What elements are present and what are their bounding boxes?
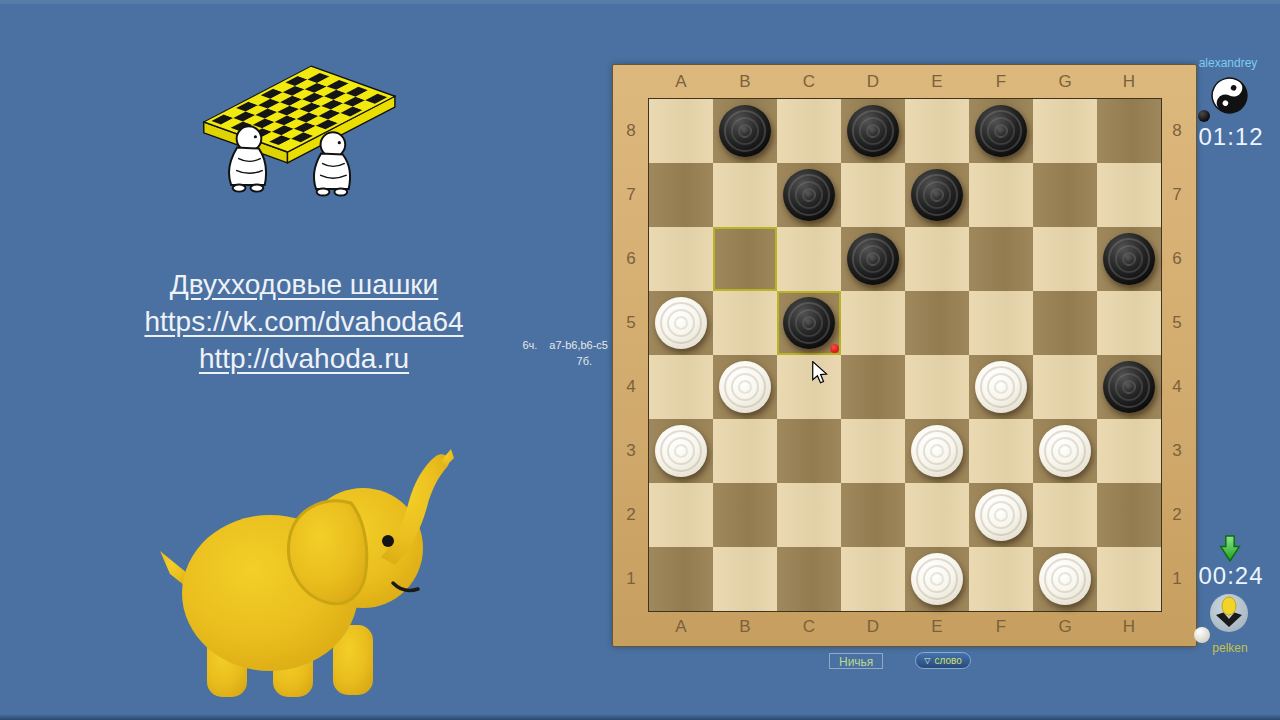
square-g4[interactable] bbox=[1033, 355, 1097, 419]
square-e2[interactable] bbox=[905, 483, 969, 547]
square-e5[interactable] bbox=[905, 291, 969, 355]
move-number-black: 6ч. bbox=[522, 337, 537, 353]
square-h2[interactable] bbox=[1097, 483, 1161, 547]
square-c1[interactable] bbox=[777, 547, 841, 611]
rank-label-2: 2 bbox=[1164, 483, 1190, 547]
turn-indicator-arrow-icon bbox=[1219, 535, 1241, 562]
window-bottom-edge bbox=[0, 714, 1280, 720]
file-label-e: E bbox=[905, 616, 969, 638]
checker-black-b8[interactable] bbox=[719, 105, 771, 157]
rank-labels-left: 87654321 bbox=[618, 99, 644, 611]
square-f8[interactable] bbox=[969, 99, 1033, 163]
file-labels-top: ABCDEFGH bbox=[649, 71, 1161, 93]
checker-white-f2[interactable] bbox=[975, 489, 1027, 541]
square-g8[interactable] bbox=[1033, 99, 1097, 163]
file-label-e: E bbox=[905, 71, 969, 93]
square-h5[interactable] bbox=[1097, 291, 1161, 355]
square-d2[interactable] bbox=[841, 483, 905, 547]
square-g2[interactable] bbox=[1033, 483, 1097, 547]
checker-white-e3[interactable] bbox=[911, 425, 963, 477]
chevron-down-icon: ▽ bbox=[924, 657, 930, 665]
black-color-indicator bbox=[1198, 110, 1210, 122]
file-label-a: A bbox=[649, 616, 713, 638]
square-a4[interactable] bbox=[649, 355, 713, 419]
file-label-c: C bbox=[777, 616, 841, 638]
word-button-label: слово bbox=[934, 655, 961, 666]
file-label-f: F bbox=[969, 616, 1033, 638]
file-label-d: D bbox=[841, 616, 905, 638]
move-number-white: 7б. bbox=[470, 353, 608, 369]
rank-label-7: 7 bbox=[1164, 163, 1190, 227]
checker-white-a5[interactable] bbox=[655, 297, 707, 349]
square-a7[interactable] bbox=[649, 163, 713, 227]
square-f7[interactable] bbox=[969, 163, 1033, 227]
rank-label-6: 6 bbox=[618, 227, 644, 291]
rank-label-7: 7 bbox=[618, 163, 644, 227]
player-bottom-name[interactable]: pelken bbox=[1192, 641, 1268, 655]
square-c8[interactable] bbox=[777, 99, 841, 163]
rank-label-5: 5 bbox=[1164, 291, 1190, 355]
square-e1[interactable] bbox=[905, 547, 969, 611]
rank-label-8: 8 bbox=[1164, 99, 1190, 163]
square-c2[interactable] bbox=[777, 483, 841, 547]
file-label-b: B bbox=[713, 616, 777, 638]
mouse-cursor bbox=[812, 361, 828, 384]
square-h6[interactable] bbox=[1097, 227, 1161, 291]
checker-white-b4[interactable] bbox=[719, 361, 771, 413]
checker-black-c7[interactable] bbox=[783, 169, 835, 221]
square-h1[interactable] bbox=[1097, 547, 1161, 611]
square-e3[interactable] bbox=[905, 419, 969, 483]
square-a6[interactable] bbox=[649, 227, 713, 291]
file-label-f: F bbox=[969, 71, 1033, 93]
vk-link[interactable]: https://vk.com/dvahoda64 bbox=[118, 303, 490, 340]
last-move-marker bbox=[830, 344, 839, 353]
square-a3[interactable] bbox=[649, 419, 713, 483]
yin-yang-avatar-icon[interactable] bbox=[1211, 77, 1248, 114]
checker-white-g3[interactable] bbox=[1039, 425, 1091, 477]
file-label-a: A bbox=[649, 71, 713, 93]
square-c7[interactable] bbox=[777, 163, 841, 227]
square-c3[interactable] bbox=[777, 419, 841, 483]
file-label-h: H bbox=[1097, 616, 1161, 638]
elephant-eye bbox=[382, 535, 394, 547]
page-title: Двухходовые шашки bbox=[118, 266, 490, 303]
square-d1[interactable] bbox=[841, 547, 905, 611]
square-a2[interactable] bbox=[649, 483, 713, 547]
file-label-g: G bbox=[1033, 71, 1097, 93]
square-b2[interactable] bbox=[713, 483, 777, 547]
square-f6[interactable] bbox=[969, 227, 1033, 291]
file-label-h: H bbox=[1097, 71, 1161, 93]
checker-black-h4[interactable] bbox=[1103, 361, 1155, 413]
square-f5[interactable] bbox=[969, 291, 1033, 355]
square-c4[interactable] bbox=[777, 355, 841, 419]
square-g7[interactable] bbox=[1033, 163, 1097, 227]
rank-label-2: 2 bbox=[618, 483, 644, 547]
checker-black-e7[interactable] bbox=[911, 169, 963, 221]
rank-label-1: 1 bbox=[1164, 547, 1190, 611]
square-c6[interactable] bbox=[777, 227, 841, 291]
square-f1[interactable] bbox=[969, 547, 1033, 611]
square-d5[interactable] bbox=[841, 291, 905, 355]
square-g5[interactable] bbox=[1033, 291, 1097, 355]
move-black: a7-b6,b6-c5 bbox=[549, 337, 608, 353]
square-d4[interactable] bbox=[841, 355, 905, 419]
square-f4[interactable] bbox=[969, 355, 1033, 419]
lamp-person-icon bbox=[1210, 594, 1248, 632]
rank-label-1: 1 bbox=[618, 547, 644, 611]
square-a5[interactable] bbox=[649, 291, 713, 355]
rank-label-8: 8 bbox=[618, 99, 644, 163]
rank-label-4: 4 bbox=[1164, 355, 1190, 419]
checker-white-f4[interactable] bbox=[975, 361, 1027, 413]
rank-label-4: 4 bbox=[618, 355, 644, 419]
square-d7[interactable] bbox=[841, 163, 905, 227]
file-label-c: C bbox=[777, 71, 841, 93]
site-link[interactable]: http://dvahoda.ru bbox=[118, 340, 490, 377]
square-h4[interactable] bbox=[1097, 355, 1161, 419]
checker-black-c5[interactable] bbox=[783, 297, 835, 349]
square-h7[interactable] bbox=[1097, 163, 1161, 227]
square-a1[interactable] bbox=[649, 547, 713, 611]
square-a8[interactable] bbox=[649, 99, 713, 163]
file-label-g: G bbox=[1033, 616, 1097, 638]
rank-labels-right: 87654321 bbox=[1164, 99, 1190, 611]
square-g6[interactable] bbox=[1033, 227, 1097, 291]
checker-black-d8[interactable] bbox=[847, 105, 899, 157]
window-top-edge bbox=[0, 0, 1280, 4]
checker-white-g1[interactable] bbox=[1039, 553, 1091, 605]
square-f2[interactable] bbox=[969, 483, 1033, 547]
square-e4[interactable] bbox=[905, 355, 969, 419]
square-b3[interactable] bbox=[713, 419, 777, 483]
rank-label-6: 6 bbox=[1164, 227, 1190, 291]
word-chat-button[interactable]: ▽ слово bbox=[915, 652, 971, 669]
square-g1[interactable] bbox=[1033, 547, 1097, 611]
elephant-mascot bbox=[155, 445, 455, 700]
rank-label-5: 5 bbox=[618, 291, 644, 355]
square-b6[interactable] bbox=[713, 227, 777, 291]
square-b4[interactable] bbox=[713, 355, 777, 419]
square-b8[interactable] bbox=[713, 99, 777, 163]
checker-black-f8[interactable] bbox=[975, 105, 1027, 157]
square-g3[interactable] bbox=[1033, 419, 1097, 483]
rank-label-3: 3 bbox=[618, 419, 644, 483]
square-h8[interactable] bbox=[1097, 99, 1161, 163]
white-color-indicator bbox=[1194, 627, 1210, 643]
checker-white-a3[interactable] bbox=[655, 425, 707, 477]
square-b1[interactable] bbox=[713, 547, 777, 611]
square-c5[interactable] bbox=[777, 291, 841, 355]
checker-white-e1[interactable] bbox=[911, 553, 963, 605]
square-e6[interactable] bbox=[905, 227, 969, 291]
file-label-d: D bbox=[841, 71, 905, 93]
promo-text-block: Двухходовые шашки https://vk.com/dvahoda… bbox=[118, 266, 490, 377]
draw-offer-button[interactable]: Ничья bbox=[829, 653, 883, 669]
player-bottom-avatar[interactable] bbox=[1210, 594, 1248, 632]
file-labels-bottom: ABCDEFGH bbox=[649, 616, 1161, 638]
square-h3[interactable] bbox=[1097, 419, 1161, 483]
square-e7[interactable] bbox=[905, 163, 969, 227]
board-grid bbox=[649, 99, 1161, 611]
square-d8[interactable] bbox=[841, 99, 905, 163]
rank-label-3: 3 bbox=[1164, 419, 1190, 483]
file-label-b: B bbox=[713, 71, 777, 93]
logo-atlas-checkerboard bbox=[170, 34, 402, 197]
square-b5[interactable] bbox=[713, 291, 777, 355]
square-b7[interactable] bbox=[713, 163, 777, 227]
square-e8[interactable] bbox=[905, 99, 969, 163]
square-d6[interactable] bbox=[841, 227, 905, 291]
checkers-board: ABCDEFGH ABCDEFGH 87654321 87654321 bbox=[612, 64, 1197, 647]
checker-black-h6[interactable] bbox=[1103, 233, 1155, 285]
move-list: 6ч. a7-b6,b6-c5 7б. bbox=[470, 337, 608, 369]
square-f3[interactable] bbox=[969, 419, 1033, 483]
player-bottom-clock: 00:24 bbox=[1194, 562, 1268, 590]
player-top-name[interactable]: alexandrey bbox=[1190, 56, 1266, 70]
player-top-clock: 01:12 bbox=[1194, 123, 1268, 151]
checker-black-d6[interactable] bbox=[847, 233, 899, 285]
square-d3[interactable] bbox=[841, 419, 905, 483]
